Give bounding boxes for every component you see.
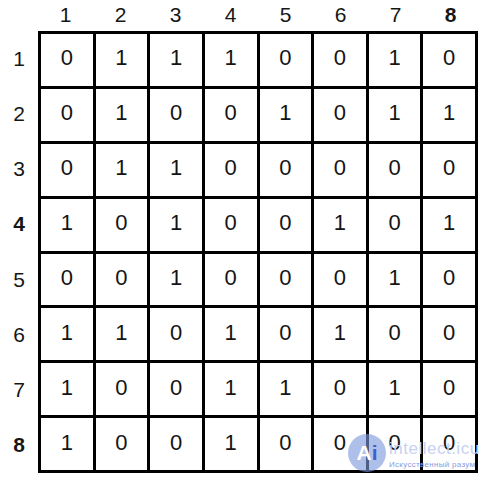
cell-r7c1: 1 xyxy=(41,363,93,415)
cell-r4c3: 1 xyxy=(150,199,202,251)
cell-r5c2: 0 xyxy=(96,254,148,306)
binary-matrix-diagram: 12345678 12345678 0111001001001011011000… xyxy=(0,0,484,480)
cell-r8c1: 1 xyxy=(41,418,93,470)
cell-r5c5: 0 xyxy=(260,254,312,306)
column-headers: 12345678 xyxy=(38,0,478,30)
cell-r7c7: 1 xyxy=(369,363,421,415)
cell-r4c4: 0 xyxy=(205,199,257,251)
cell-r6c1: 1 xyxy=(41,308,93,360)
column-header-5: 5 xyxy=(258,0,313,30)
row-header-2: 2 xyxy=(0,86,38,141)
cell-r3c4: 0 xyxy=(205,144,257,196)
cell-r3c3: 1 xyxy=(150,144,202,196)
column-header-1: 1 xyxy=(38,0,93,30)
cell-r2c3: 0 xyxy=(150,89,202,141)
cell-r1c5: 0 xyxy=(260,34,312,86)
cell-r1c1: 0 xyxy=(41,34,93,86)
cell-r8c5: 0 xyxy=(260,418,312,470)
cell-r3c1: 0 xyxy=(41,144,93,196)
cell-r7c8: 0 xyxy=(423,363,475,415)
row-header-1: 1 xyxy=(0,31,38,86)
cell-r5c4: 0 xyxy=(205,254,257,306)
cell-r4c8: 1 xyxy=(423,199,475,251)
cell-r1c6: 0 xyxy=(314,34,366,86)
cell-r5c7: 1 xyxy=(369,254,421,306)
cell-r6c4: 1 xyxy=(205,308,257,360)
cell-r8c7: 0 xyxy=(369,418,421,470)
cell-r2c2: 1 xyxy=(96,89,148,141)
cell-r7c6: 0 xyxy=(314,363,366,415)
row-headers: 12345678 xyxy=(0,31,38,473)
cell-r1c4: 1 xyxy=(205,34,257,86)
cell-r8c4: 1 xyxy=(205,418,257,470)
cell-r3c6: 0 xyxy=(314,144,366,196)
cell-r1c7: 1 xyxy=(369,34,421,86)
row-header-8: 8 xyxy=(0,418,38,473)
cell-r1c2: 1 xyxy=(96,34,148,86)
column-header-3: 3 xyxy=(148,0,203,30)
cell-r3c2: 1 xyxy=(96,144,148,196)
cell-r6c8: 0 xyxy=(423,308,475,360)
cell-r2c4: 0 xyxy=(205,89,257,141)
cell-r1c3: 1 xyxy=(150,34,202,86)
row-header-4: 4 xyxy=(0,197,38,252)
cell-r8c8: 0 xyxy=(423,418,475,470)
cell-r7c4: 1 xyxy=(205,363,257,415)
cell-r8c3: 0 xyxy=(150,418,202,470)
cell-r2c1: 0 xyxy=(41,89,93,141)
cell-r2c8: 1 xyxy=(423,89,475,141)
cell-r2c5: 1 xyxy=(260,89,312,141)
cell-r8c2: 0 xyxy=(96,418,148,470)
row-header-7: 7 xyxy=(0,363,38,418)
cell-r4c6: 1 xyxy=(314,199,366,251)
cell-r7c3: 0 xyxy=(150,363,202,415)
cell-r6c6: 1 xyxy=(314,308,366,360)
cell-r3c8: 0 xyxy=(423,144,475,196)
cell-r2c6: 0 xyxy=(314,89,366,141)
column-header-8: 8 xyxy=(423,0,478,30)
cell-r6c5: 0 xyxy=(260,308,312,360)
cell-r5c6: 0 xyxy=(314,254,366,306)
cell-r4c7: 0 xyxy=(369,199,421,251)
column-header-2: 2 xyxy=(93,0,148,30)
board-grid: 0111001001001011011000001010010100100010… xyxy=(38,31,478,473)
cell-r3c7: 0 xyxy=(369,144,421,196)
cell-r7c5: 1 xyxy=(260,363,312,415)
column-header-4: 4 xyxy=(203,0,258,30)
column-header-7: 7 xyxy=(368,0,423,30)
cell-r6c7: 0 xyxy=(369,308,421,360)
cell-r5c1: 0 xyxy=(41,254,93,306)
cell-r4c1: 1 xyxy=(41,199,93,251)
cell-r3c5: 0 xyxy=(260,144,312,196)
cell-r2c7: 1 xyxy=(369,89,421,141)
cell-r6c2: 1 xyxy=(96,308,148,360)
cell-r6c3: 0 xyxy=(150,308,202,360)
cell-r4c5: 0 xyxy=(260,199,312,251)
cell-r5c3: 1 xyxy=(150,254,202,306)
row-header-3: 3 xyxy=(0,142,38,197)
cell-r1c8: 0 xyxy=(423,34,475,86)
cell-r4c2: 0 xyxy=(96,199,148,251)
cell-r7c2: 0 xyxy=(96,363,148,415)
cell-r8c6: 0 xyxy=(314,418,366,470)
row-header-6: 6 xyxy=(0,307,38,362)
column-header-6: 6 xyxy=(313,0,368,30)
cell-r5c8: 0 xyxy=(423,254,475,306)
row-header-5: 5 xyxy=(0,252,38,307)
